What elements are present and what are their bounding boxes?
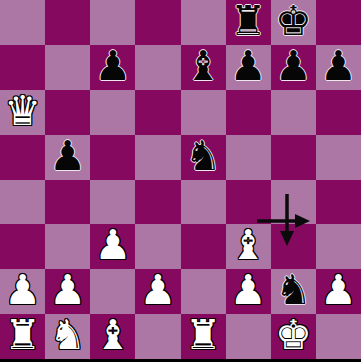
piece-white-rook[interactable]: ♜ (4, 315, 41, 356)
square-a1[interactable]: ♜ (0, 314, 45, 359)
piece-white-queen[interactable]: ♛ (4, 91, 41, 132)
piece-white-king[interactable]: ♚ (275, 315, 312, 356)
chess-board-window: ♜♚♟♝♟♟♟♛♟♞♟♝♟♟♟♟♞♟♜♞♝♜♚ (0, 0, 361, 362)
piece-black-pawn[interactable]: ♟ (49, 136, 86, 177)
square-c1[interactable]: ♝ (90, 314, 135, 359)
square-a6[interactable]: ♛ (0, 90, 45, 135)
square-c5[interactable] (90, 135, 135, 180)
square-b5[interactable]: ♟ (45, 135, 90, 180)
square-e1[interactable]: ♜ (181, 314, 226, 359)
square-d6[interactable] (135, 90, 180, 135)
piece-black-king[interactable]: ♚ (275, 1, 312, 42)
piece-black-pawn[interactable]: ♟ (320, 46, 357, 87)
square-h8[interactable] (316, 0, 361, 45)
square-d2[interactable]: ♟ (135, 269, 180, 314)
piece-white-bishop[interactable]: ♝ (94, 315, 131, 356)
square-e2[interactable] (181, 269, 226, 314)
square-f7[interactable]: ♟ (226, 45, 271, 90)
piece-white-pawn[interactable]: ♟ (230, 270, 267, 311)
square-e7[interactable]: ♝ (181, 45, 226, 90)
square-f6[interactable] (226, 90, 271, 135)
square-e8[interactable] (181, 0, 226, 45)
square-b1[interactable]: ♞ (45, 314, 90, 359)
square-h2[interactable]: ♟ (316, 269, 361, 314)
square-a8[interactable] (0, 0, 45, 45)
piece-black-pawn[interactable]: ♟ (275, 46, 312, 87)
square-c3[interactable]: ♟ (90, 224, 135, 269)
square-d5[interactable] (135, 135, 180, 180)
square-b8[interactable] (45, 0, 90, 45)
square-b6[interactable] (45, 90, 90, 135)
square-c2[interactable] (90, 269, 135, 314)
square-a7[interactable] (0, 45, 45, 90)
square-h4[interactable] (316, 180, 361, 225)
square-f1[interactable] (226, 314, 271, 359)
square-h7[interactable]: ♟ (316, 45, 361, 90)
square-h5[interactable] (316, 135, 361, 180)
square-e3[interactable] (181, 224, 226, 269)
square-b3[interactable] (45, 224, 90, 269)
piece-black-rook[interactable]: ♜ (230, 1, 267, 42)
square-h3[interactable] (316, 224, 361, 269)
square-f4[interactable] (226, 180, 271, 225)
piece-black-pawn[interactable]: ♟ (94, 46, 131, 87)
square-e5[interactable]: ♞ (181, 135, 226, 180)
square-f8[interactable]: ♜ (226, 0, 271, 45)
piece-white-pawn[interactable]: ♟ (49, 270, 86, 311)
square-d7[interactable] (135, 45, 180, 90)
square-g6[interactable] (271, 90, 316, 135)
square-a5[interactable] (0, 135, 45, 180)
square-d4[interactable] (135, 180, 180, 225)
piece-white-pawn[interactable]: ♟ (320, 270, 357, 311)
piece-white-pawn[interactable]: ♟ (4, 270, 41, 311)
square-f3[interactable]: ♝ (226, 224, 271, 269)
square-c8[interactable] (90, 0, 135, 45)
piece-black-bishop[interactable]: ♝ (185, 46, 222, 87)
square-h6[interactable] (316, 90, 361, 135)
square-e6[interactable] (181, 90, 226, 135)
square-c6[interactable] (90, 90, 135, 135)
square-f5[interactable] (226, 135, 271, 180)
square-a4[interactable] (0, 180, 45, 225)
piece-black-pawn[interactable]: ♟ (230, 46, 267, 87)
square-b7[interactable] (45, 45, 90, 90)
square-g4[interactable] (271, 180, 316, 225)
square-g7[interactable]: ♟ (271, 45, 316, 90)
square-a3[interactable] (0, 224, 45, 269)
square-c4[interactable] (90, 180, 135, 225)
square-b4[interactable] (45, 180, 90, 225)
piece-white-bishop[interactable]: ♝ (230, 225, 267, 266)
square-d1[interactable] (135, 314, 180, 359)
square-h1[interactable] (316, 314, 361, 359)
chess-board: ♜♚♟♝♟♟♟♛♟♞♟♝♟♟♟♟♞♟♜♞♝♜♚ (0, 0, 361, 359)
square-e4[interactable] (181, 180, 226, 225)
square-f2[interactable]: ♟ (226, 269, 271, 314)
square-g3[interactable] (271, 224, 316, 269)
piece-white-knight[interactable]: ♞ (49, 315, 86, 356)
square-g2[interactable]: ♞ (271, 269, 316, 314)
piece-white-rook[interactable]: ♜ (185, 315, 222, 356)
square-g5[interactable] (271, 135, 316, 180)
piece-black-knight[interactable]: ♞ (275, 270, 312, 311)
square-a2[interactable]: ♟ (0, 269, 45, 314)
square-d8[interactable] (135, 0, 180, 45)
piece-black-knight[interactable]: ♞ (185, 136, 222, 177)
square-d3[interactable] (135, 224, 180, 269)
square-b2[interactable]: ♟ (45, 269, 90, 314)
square-c7[interactable]: ♟ (90, 45, 135, 90)
square-g8[interactable]: ♚ (271, 0, 316, 45)
piece-white-pawn[interactable]: ♟ (94, 225, 131, 266)
square-g1[interactable]: ♚ (271, 314, 316, 359)
piece-white-pawn[interactable]: ♟ (140, 270, 177, 311)
